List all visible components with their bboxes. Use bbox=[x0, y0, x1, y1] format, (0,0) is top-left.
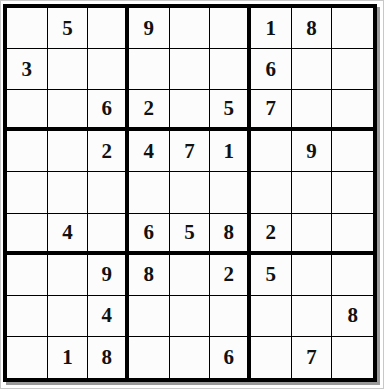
cell-r3c8[interactable] bbox=[292, 90, 333, 131]
cell-r6c4[interactable]: 6 bbox=[129, 214, 170, 255]
given-digit: 6 bbox=[223, 347, 234, 368]
cell-r5c3[interactable] bbox=[88, 172, 129, 213]
cell-r8c6[interactable] bbox=[210, 296, 251, 337]
given-digit: 7 bbox=[266, 98, 277, 119]
cell-r3c2[interactable] bbox=[48, 90, 89, 131]
sudoku-board: 591836625724719465829825481867 bbox=[3, 4, 377, 382]
cell-r1c5[interactable] bbox=[170, 8, 211, 49]
cell-r7c9[interactable] bbox=[332, 255, 373, 296]
given-digit: 2 bbox=[101, 141, 112, 162]
cell-r1c9[interactable] bbox=[332, 8, 373, 49]
given-digit: 5 bbox=[223, 98, 234, 119]
cell-r7c3[interactable]: 9 bbox=[88, 255, 129, 296]
given-digit: 6 bbox=[266, 59, 277, 80]
given-digit: 4 bbox=[101, 305, 112, 326]
cell-r3c7[interactable]: 7 bbox=[251, 90, 292, 131]
given-digit: 8 bbox=[144, 264, 155, 285]
cell-r6c9[interactable] bbox=[332, 214, 373, 255]
cell-r4c6[interactable]: 1 bbox=[210, 131, 251, 172]
cell-r7c7[interactable]: 5 bbox=[251, 255, 292, 296]
cell-r1c8[interactable]: 8 bbox=[292, 8, 333, 49]
cell-r5c4[interactable] bbox=[129, 172, 170, 213]
given-digit: 8 bbox=[101, 347, 112, 368]
given-digit: 9 bbox=[101, 264, 112, 285]
cell-r9c6[interactable]: 6 bbox=[210, 337, 251, 378]
cell-r3c1[interactable] bbox=[7, 90, 48, 131]
given-digit: 1 bbox=[223, 141, 234, 162]
cell-r9c3[interactable]: 8 bbox=[88, 337, 129, 378]
cell-r3c5[interactable] bbox=[170, 90, 211, 131]
cell-r4c5[interactable]: 7 bbox=[170, 131, 211, 172]
given-digit: 5 bbox=[62, 18, 73, 39]
cell-r7c4[interactable]: 8 bbox=[129, 255, 170, 296]
given-digit: 2 bbox=[144, 98, 155, 119]
cell-r7c8[interactable] bbox=[292, 255, 333, 296]
cell-r5c6[interactable] bbox=[210, 172, 251, 213]
cell-r1c6[interactable] bbox=[210, 8, 251, 49]
cell-r4c1[interactable] bbox=[7, 131, 48, 172]
cell-r5c8[interactable] bbox=[292, 172, 333, 213]
cell-r2c9[interactable] bbox=[332, 49, 373, 90]
cell-r4c2[interactable] bbox=[48, 131, 89, 172]
cell-r4c3[interactable]: 2 bbox=[88, 131, 129, 172]
cell-r5c1[interactable] bbox=[7, 172, 48, 213]
cell-r2c2[interactable] bbox=[48, 49, 89, 90]
cell-r9c1[interactable] bbox=[7, 337, 48, 378]
cell-r2c1[interactable]: 3 bbox=[7, 49, 48, 90]
cell-r5c5[interactable] bbox=[170, 172, 211, 213]
cell-r8c2[interactable] bbox=[48, 296, 89, 337]
cell-r8c1[interactable] bbox=[7, 296, 48, 337]
cell-r1c2[interactable]: 5 bbox=[48, 8, 89, 49]
cell-r4c9[interactable] bbox=[332, 131, 373, 172]
cell-r9c9[interactable] bbox=[332, 337, 373, 378]
given-digit: 2 bbox=[266, 222, 277, 243]
given-digit: 5 bbox=[184, 222, 195, 243]
cell-r2c4[interactable] bbox=[129, 49, 170, 90]
cell-r4c7[interactable] bbox=[251, 131, 292, 172]
given-digit: 7 bbox=[306, 347, 317, 368]
given-digit: 1 bbox=[266, 18, 277, 39]
cell-r3c3[interactable]: 6 bbox=[88, 90, 129, 131]
cell-r5c2[interactable] bbox=[48, 172, 89, 213]
cell-r8c4[interactable] bbox=[129, 296, 170, 337]
cell-r5c7[interactable] bbox=[251, 172, 292, 213]
given-digit: 8 bbox=[223, 222, 234, 243]
given-digit: 7 bbox=[184, 141, 195, 162]
cell-r3c4[interactable]: 2 bbox=[129, 90, 170, 131]
cell-r9c2[interactable]: 1 bbox=[48, 337, 89, 378]
given-digit: 2 bbox=[223, 264, 234, 285]
cell-r2c3[interactable] bbox=[88, 49, 129, 90]
cell-r5c9[interactable] bbox=[332, 172, 373, 213]
cell-r7c1[interactable] bbox=[7, 255, 48, 296]
cell-r2c6[interactable] bbox=[210, 49, 251, 90]
cell-r9c5[interactable] bbox=[170, 337, 211, 378]
given-digit: 6 bbox=[144, 222, 155, 243]
cell-r9c4[interactable] bbox=[129, 337, 170, 378]
cell-r2c5[interactable] bbox=[170, 49, 211, 90]
cell-r8c7[interactable] bbox=[251, 296, 292, 337]
given-digit: 3 bbox=[22, 59, 33, 80]
cell-r1c3[interactable] bbox=[88, 8, 129, 49]
cell-r6c5[interactable]: 5 bbox=[170, 214, 211, 255]
given-digit: 6 bbox=[101, 98, 112, 119]
cell-r8c3[interactable]: 4 bbox=[88, 296, 129, 337]
cell-r2c7[interactable]: 6 bbox=[251, 49, 292, 90]
cell-r9c8[interactable]: 7 bbox=[292, 337, 333, 378]
cell-r6c1[interactable] bbox=[7, 214, 48, 255]
cell-r9c7[interactable] bbox=[251, 337, 292, 378]
given-digit: 9 bbox=[306, 141, 317, 162]
cell-r3c6[interactable]: 5 bbox=[210, 90, 251, 131]
cell-r6c8[interactable] bbox=[292, 214, 333, 255]
cell-r6c2[interactable]: 4 bbox=[48, 214, 89, 255]
cell-r8c8[interactable] bbox=[292, 296, 333, 337]
cell-r7c6[interactable]: 2 bbox=[210, 255, 251, 296]
cell-r7c5[interactable] bbox=[170, 255, 211, 296]
cell-r1c7[interactable]: 1 bbox=[251, 8, 292, 49]
cell-r6c6[interactable]: 8 bbox=[210, 214, 251, 255]
cell-r4c4[interactable]: 4 bbox=[129, 131, 170, 172]
cell-r1c1[interactable] bbox=[7, 8, 48, 49]
given-digit: 4 bbox=[62, 222, 73, 243]
cell-r6c3[interactable] bbox=[88, 214, 129, 255]
given-digit: 4 bbox=[144, 141, 155, 162]
sudoku-page: 591836625724719465829825481867 bbox=[0, 0, 384, 389]
cell-r7c2[interactable] bbox=[48, 255, 89, 296]
given-digit: 8 bbox=[306, 18, 317, 39]
cell-r1c4[interactable]: 9 bbox=[129, 8, 170, 49]
given-digit: 8 bbox=[347, 305, 358, 326]
cell-r4c8[interactable]: 9 bbox=[292, 131, 333, 172]
cell-r3c9[interactable] bbox=[332, 90, 373, 131]
given-digit: 5 bbox=[266, 264, 277, 285]
cell-r6c7[interactable]: 2 bbox=[251, 214, 292, 255]
given-digit: 1 bbox=[62, 347, 73, 368]
cell-r8c5[interactable] bbox=[170, 296, 211, 337]
given-digit: 9 bbox=[144, 18, 155, 39]
cell-r8c9[interactable]: 8 bbox=[332, 296, 373, 337]
cell-r2c8[interactable] bbox=[292, 49, 333, 90]
